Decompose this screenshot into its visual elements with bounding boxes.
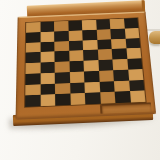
square-a7[interactable] xyxy=(26,32,40,43)
square-a6[interactable] xyxy=(26,42,40,53)
square-c5[interactable] xyxy=(54,51,69,62)
square-a8[interactable] xyxy=(26,22,40,32)
square-h6[interactable] xyxy=(125,38,140,49)
square-e3[interactable] xyxy=(84,71,99,82)
square-c4[interactable] xyxy=(55,61,70,72)
square-c2[interactable] xyxy=(55,83,70,95)
square-b3[interactable] xyxy=(40,73,55,84)
square-b7[interactable] xyxy=(40,31,54,42)
square-g6[interactable] xyxy=(111,38,126,49)
board-photo-scene xyxy=(0,0,160,160)
square-g1[interactable] xyxy=(115,91,131,103)
square-c8[interactable] xyxy=(54,21,68,31)
square-h8[interactable] xyxy=(124,18,139,28)
square-h4[interactable] xyxy=(127,58,142,69)
square-d1[interactable] xyxy=(70,93,85,105)
square-f2[interactable] xyxy=(99,81,115,93)
square-c7[interactable] xyxy=(54,31,68,42)
square-d7[interactable] xyxy=(68,30,82,41)
square-b5[interactable] xyxy=(40,52,54,63)
square-g8[interactable] xyxy=(110,19,125,29)
square-d8[interactable] xyxy=(68,20,82,30)
square-e8[interactable] xyxy=(82,20,96,30)
square-f4[interactable] xyxy=(98,60,113,71)
square-f8[interactable] xyxy=(96,19,111,29)
square-h2[interactable] xyxy=(129,80,145,92)
square-h7[interactable] xyxy=(124,28,139,39)
square-c1[interactable] xyxy=(55,94,70,106)
square-c3[interactable] xyxy=(55,72,70,83)
square-e7[interactable] xyxy=(82,30,97,41)
square-d6[interactable] xyxy=(68,40,83,51)
square-h5[interactable] xyxy=(126,48,141,59)
square-b2[interactable] xyxy=(40,83,55,95)
square-d2[interactable] xyxy=(70,82,85,94)
square-b6[interactable] xyxy=(40,41,54,52)
square-f3[interactable] xyxy=(99,70,114,81)
square-e4[interactable] xyxy=(83,60,98,71)
square-a5[interactable] xyxy=(26,52,40,63)
square-a3[interactable] xyxy=(25,73,40,84)
square-f6[interactable] xyxy=(97,39,112,50)
square-h3[interactable] xyxy=(128,69,144,80)
square-a2[interactable] xyxy=(25,84,40,96)
board xyxy=(11,0,157,139)
square-d3[interactable] xyxy=(69,71,84,82)
square-e6[interactable] xyxy=(83,40,98,51)
square-f1[interactable] xyxy=(100,92,116,104)
square-g7[interactable] xyxy=(110,28,125,39)
square-b4[interactable] xyxy=(40,62,55,73)
square-e5[interactable] xyxy=(83,50,98,61)
square-c6[interactable] xyxy=(54,41,68,52)
square-a1[interactable] xyxy=(25,95,40,107)
board-grid[interactable] xyxy=(25,18,145,107)
square-d5[interactable] xyxy=(69,50,84,61)
square-g4[interactable] xyxy=(112,59,127,70)
lid-slot-recess xyxy=(100,102,152,113)
square-f7[interactable] xyxy=(96,29,111,40)
square-a4[interactable] xyxy=(26,63,41,74)
square-d4[interactable] xyxy=(69,61,84,72)
square-g2[interactable] xyxy=(114,80,130,92)
square-f5[interactable] xyxy=(97,49,112,60)
board-frame xyxy=(16,11,157,119)
square-e2[interactable] xyxy=(84,81,99,93)
square-g5[interactable] xyxy=(112,49,127,60)
square-b8[interactable] xyxy=(40,22,54,32)
square-b1[interactable] xyxy=(40,94,55,106)
square-e1[interactable] xyxy=(85,92,101,104)
square-h1[interactable] xyxy=(130,91,146,103)
board-perspective xyxy=(16,11,157,119)
square-g3[interactable] xyxy=(113,69,128,80)
